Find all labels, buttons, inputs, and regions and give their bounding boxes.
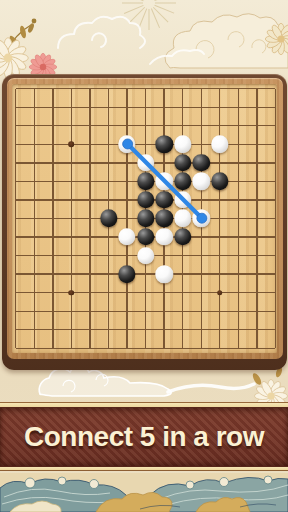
- winning-line-endpoint: [122, 139, 132, 149]
- banner-main: Connect 5 in a row: [0, 407, 288, 467]
- app-screen: Connect 5 in a row: [0, 0, 288, 512]
- banner: Connect 5 in a row: [0, 402, 288, 473]
- wave-decoration: [0, 473, 288, 512]
- winning-line: [7, 79, 285, 357]
- gomoku-board[interactable]: [0, 0, 288, 380]
- banner-border-bottom: [0, 467, 288, 472]
- banner-title: Connect 5 in a row: [24, 421, 264, 453]
- winning-line-endpoint: [196, 214, 206, 224]
